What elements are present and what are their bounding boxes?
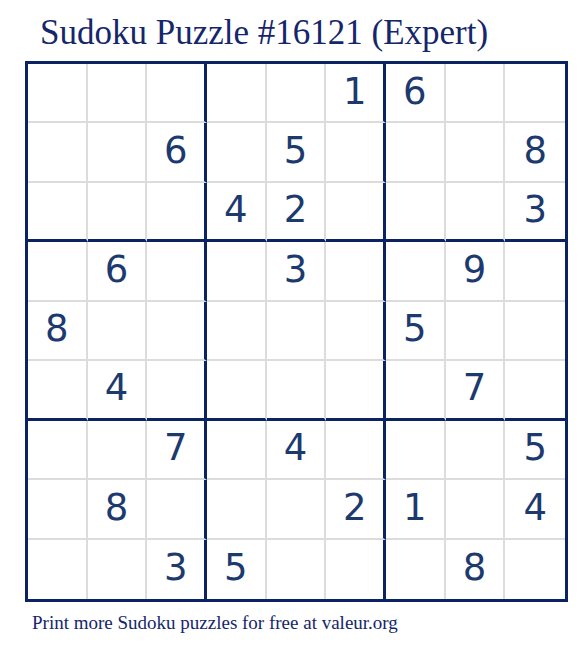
cell-r9c9[interactable] bbox=[505, 540, 565, 599]
cell-r9c2[interactable] bbox=[88, 540, 148, 599]
cell-r2c1[interactable] bbox=[28, 123, 88, 182]
cell-r9c6[interactable] bbox=[326, 540, 386, 599]
cell-r3c5[interactable]: 2 bbox=[267, 183, 327, 242]
cell-r5c8[interactable] bbox=[446, 302, 506, 361]
cell-r3c2[interactable] bbox=[88, 183, 148, 242]
cell-r4c7[interactable] bbox=[386, 242, 446, 301]
cell-r4c9[interactable] bbox=[505, 242, 565, 301]
cell-r4c5[interactable]: 3 bbox=[267, 242, 327, 301]
cell-r1c1[interactable] bbox=[28, 64, 88, 123]
cell-r3c6[interactable] bbox=[326, 183, 386, 242]
cell-r7c6[interactable] bbox=[326, 421, 386, 480]
cell-r2c6[interactable] bbox=[326, 123, 386, 182]
cell-r8c4[interactable] bbox=[207, 480, 267, 539]
cell-r2c5[interactable]: 5 bbox=[267, 123, 327, 182]
cell-r5c7[interactable]: 5 bbox=[386, 302, 446, 361]
cell-r8c2[interactable]: 8 bbox=[88, 480, 148, 539]
cell-r2c2[interactable] bbox=[88, 123, 148, 182]
cell-r9c3[interactable]: 3 bbox=[147, 540, 207, 599]
cell-r7c7[interactable] bbox=[386, 421, 446, 480]
cell-r1c5[interactable] bbox=[267, 64, 327, 123]
cell-r2c9[interactable]: 8 bbox=[505, 123, 565, 182]
cell-r3c9[interactable]: 3 bbox=[505, 183, 565, 242]
cell-r7c1[interactable] bbox=[28, 421, 88, 480]
cell-r4c1[interactable] bbox=[28, 242, 88, 301]
cell-r2c3[interactable]: 6 bbox=[147, 123, 207, 182]
cell-r5c9[interactable] bbox=[505, 302, 565, 361]
cell-r5c2[interactable] bbox=[88, 302, 148, 361]
cell-r5c6[interactable] bbox=[326, 302, 386, 361]
cell-r4c2[interactable]: 6 bbox=[88, 242, 148, 301]
cell-r5c4[interactable] bbox=[207, 302, 267, 361]
cell-r4c6[interactable] bbox=[326, 242, 386, 301]
cell-r7c9[interactable]: 5 bbox=[505, 421, 565, 480]
cell-r1c3[interactable] bbox=[147, 64, 207, 123]
cell-r7c5[interactable]: 4 bbox=[267, 421, 327, 480]
cell-r9c5[interactable] bbox=[267, 540, 327, 599]
cell-r2c7[interactable] bbox=[386, 123, 446, 182]
cell-r3c1[interactable] bbox=[28, 183, 88, 242]
cell-r7c8[interactable] bbox=[446, 421, 506, 480]
cell-r6c2[interactable]: 4 bbox=[88, 361, 148, 420]
cell-r8c3[interactable] bbox=[147, 480, 207, 539]
cell-r5c3[interactable] bbox=[147, 302, 207, 361]
cell-r6c8[interactable]: 7 bbox=[446, 361, 506, 420]
cell-r1c9[interactable] bbox=[505, 64, 565, 123]
cell-r3c7[interactable] bbox=[386, 183, 446, 242]
sudoku-board: 1665842363985477458214358 bbox=[25, 61, 568, 602]
cell-r9c1[interactable] bbox=[28, 540, 88, 599]
cell-r7c3[interactable]: 7 bbox=[147, 421, 207, 480]
cell-r1c6[interactable]: 1 bbox=[326, 64, 386, 123]
cell-r4c8[interactable]: 9 bbox=[446, 242, 506, 301]
cell-r1c4[interactable] bbox=[207, 64, 267, 123]
cell-r6c7[interactable] bbox=[386, 361, 446, 420]
cell-r4c4[interactable] bbox=[207, 242, 267, 301]
cell-r8c9[interactable]: 4 bbox=[505, 480, 565, 539]
cell-r6c1[interactable] bbox=[28, 361, 88, 420]
cell-r6c3[interactable] bbox=[147, 361, 207, 420]
cell-r2c8[interactable] bbox=[446, 123, 506, 182]
page-title: Sudoku Puzzle #16121 (Expert) bbox=[40, 13, 488, 53]
cell-r7c2[interactable] bbox=[88, 421, 148, 480]
cell-r5c5[interactable] bbox=[267, 302, 327, 361]
cell-r8c1[interactable] bbox=[28, 480, 88, 539]
cell-r9c4[interactable]: 5 bbox=[207, 540, 267, 599]
cell-r4c3[interactable] bbox=[147, 242, 207, 301]
cell-r8c7[interactable]: 1 bbox=[386, 480, 446, 539]
cell-r8c5[interactable] bbox=[267, 480, 327, 539]
cell-r8c8[interactable] bbox=[446, 480, 506, 539]
cell-r3c3[interactable] bbox=[147, 183, 207, 242]
cell-r6c4[interactable] bbox=[207, 361, 267, 420]
cell-r3c8[interactable] bbox=[446, 183, 506, 242]
sudoku-page: Sudoku Puzzle #16121 (Expert) 1665842363… bbox=[0, 0, 580, 651]
cell-r1c8[interactable] bbox=[446, 64, 506, 123]
cell-r3c4[interactable]: 4 bbox=[207, 183, 267, 242]
cell-r6c5[interactable] bbox=[267, 361, 327, 420]
cell-r6c9[interactable] bbox=[505, 361, 565, 420]
cell-r1c7[interactable]: 6 bbox=[386, 64, 446, 123]
cell-r1c2[interactable] bbox=[88, 64, 148, 123]
cell-r8c6[interactable]: 2 bbox=[326, 480, 386, 539]
cell-r7c4[interactable] bbox=[207, 421, 267, 480]
cell-r6c6[interactable] bbox=[326, 361, 386, 420]
cell-r5c1[interactable]: 8 bbox=[28, 302, 88, 361]
cell-r2c4[interactable] bbox=[207, 123, 267, 182]
cell-r9c7[interactable] bbox=[386, 540, 446, 599]
cell-r9c8[interactable]: 8 bbox=[446, 540, 506, 599]
footer-text: Print more Sudoku puzzles for free at va… bbox=[32, 612, 398, 634]
